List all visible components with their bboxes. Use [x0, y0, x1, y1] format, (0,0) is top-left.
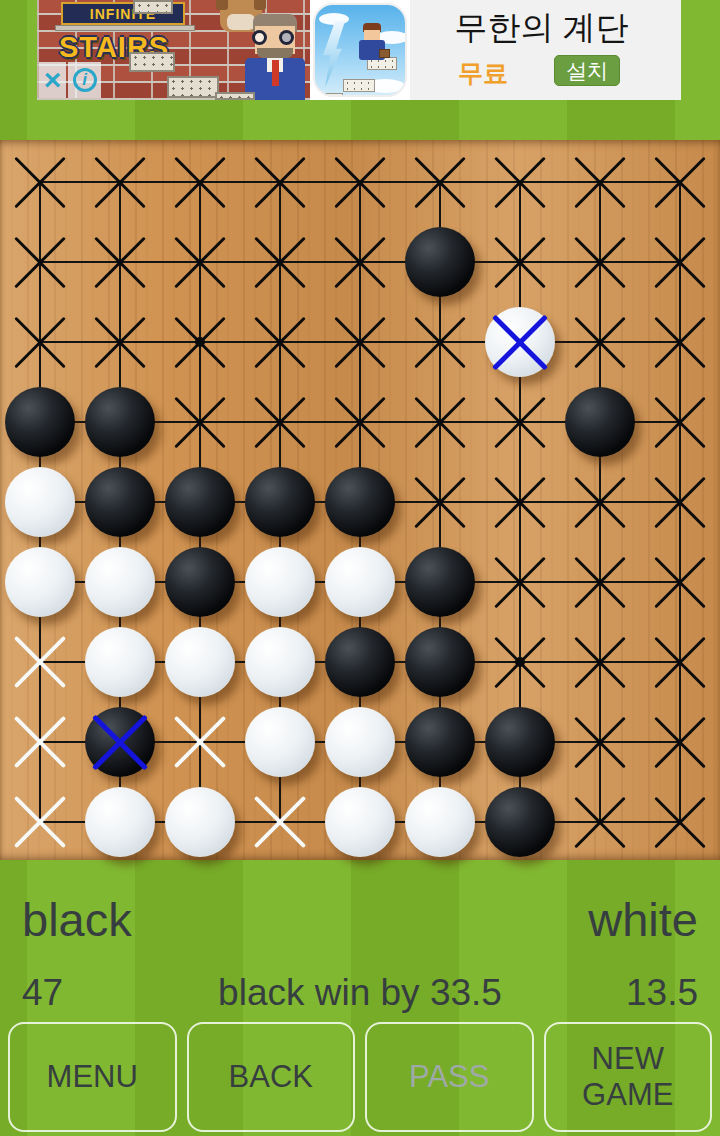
ad-app-icon[interactable]: [310, 0, 410, 100]
black-territory-mark[interactable]: [15, 157, 65, 207]
white-territory-mark[interactable]: [15, 637, 65, 687]
white-stone[interactable]: [165, 787, 235, 857]
black-territory-mark[interactable]: [255, 317, 305, 367]
black-stone[interactable]: [405, 627, 475, 697]
stair-block: [343, 79, 375, 92]
black-stone[interactable]: [405, 547, 475, 617]
black-territory-mark[interactable]: [655, 797, 705, 847]
white-stone-dead[interactable]: [485, 307, 555, 377]
black-territory-mark[interactable]: [495, 557, 545, 607]
white-stone[interactable]: [245, 707, 315, 777]
black-territory-mark[interactable]: [495, 477, 545, 527]
white-stone[interactable]: [85, 547, 155, 617]
menu-button[interactable]: MENU: [8, 1022, 177, 1132]
black-territory-mark[interactable]: [575, 317, 625, 367]
black-territory-mark[interactable]: [175, 237, 225, 287]
ad-stair-block: [129, 52, 175, 72]
white-stone[interactable]: [5, 547, 75, 617]
black-territory-mark[interactable]: [575, 157, 625, 207]
character-tie: [272, 60, 279, 86]
ad-stair-block: [167, 76, 219, 98]
black-territory-mark[interactable]: [335, 317, 385, 367]
score-panel: black white black win by 33.5 47 13.5 ME…: [0, 860, 720, 1136]
black-territory-mark[interactable]: [335, 157, 385, 207]
character-glasses: [252, 30, 267, 45]
black-territory-mark[interactable]: [255, 157, 305, 207]
back-button[interactable]: BACK: [187, 1022, 356, 1132]
black-territory-mark[interactable]: [15, 317, 65, 367]
black-stone[interactable]: [85, 387, 155, 457]
character-beard: [257, 48, 293, 58]
black-stone[interactable]: [5, 387, 75, 457]
black-territory-mark[interactable]: [15, 237, 65, 287]
white-territory-mark[interactable]: [15, 797, 65, 847]
stair-block: [313, 93, 343, 97]
black-territory-mark[interactable]: [495, 637, 545, 687]
black-stone[interactable]: [405, 227, 475, 297]
new-game-button[interactable]: NEW GAME: [544, 1022, 713, 1132]
black-territory-mark[interactable]: [575, 797, 625, 847]
black-score: 47: [22, 972, 63, 1014]
ad-price-label: 무료: [458, 57, 508, 90]
black-territory-mark[interactable]: [415, 157, 465, 207]
black-territory-mark[interactable]: [415, 397, 465, 447]
black-stone[interactable]: [405, 707, 475, 777]
control-buttons: MENU BACK PASS NEW GAME: [8, 1022, 712, 1132]
black-territory-mark[interactable]: [655, 397, 705, 447]
white-stone[interactable]: [245, 627, 315, 697]
white-stone[interactable]: [325, 547, 395, 617]
black-stone[interactable]: [485, 787, 555, 857]
black-territory-mark[interactable]: [655, 317, 705, 367]
black-territory-mark[interactable]: [575, 717, 625, 767]
black-stone[interactable]: [485, 707, 555, 777]
black-territory-mark[interactable]: [655, 477, 705, 527]
dead-stone-marker: [93, 715, 147, 769]
white-stone[interactable]: [325, 787, 395, 857]
white-stone[interactable]: [85, 787, 155, 857]
black-territory-mark[interactable]: [335, 237, 385, 287]
black-territory-mark[interactable]: [415, 477, 465, 527]
black-territory-mark[interactable]: [495, 397, 545, 447]
black-territory-mark[interactable]: [495, 157, 545, 207]
white-score: 13.5: [626, 972, 698, 1014]
ad-artwork: INFINITE STAIRS × i: [37, 0, 310, 100]
black-territory-mark[interactable]: [575, 637, 625, 687]
black-territory-mark[interactable]: [415, 317, 465, 367]
black-stone[interactable]: [565, 387, 635, 457]
black-stone[interactable]: [325, 467, 395, 537]
info-circle-glyph: i: [73, 68, 97, 92]
ad-stair-block: [133, 0, 173, 14]
ad-close-icon[interactable]: ×: [39, 62, 66, 98]
black-territory-mark[interactable]: [175, 157, 225, 207]
black-territory-mark[interactable]: [95, 317, 145, 367]
black-stone[interactable]: [85, 467, 155, 537]
ad-banner[interactable]: INFINITE STAIRS × i: [37, 0, 681, 100]
black-territory-mark[interactable]: [655, 557, 705, 607]
white-stone[interactable]: [5, 467, 75, 537]
black-territory-mark[interactable]: [655, 237, 705, 287]
white-territory-mark[interactable]: [255, 797, 305, 847]
black-territory-mark[interactable]: [575, 557, 625, 607]
dead-stone-marker: [493, 315, 547, 369]
cloud-shape: [319, 13, 349, 25]
black-territory-mark[interactable]: [255, 237, 305, 287]
black-territory-mark[interactable]: [175, 317, 225, 367]
black-territory-mark[interactable]: [655, 717, 705, 767]
go-board[interactable]: [0, 140, 720, 860]
black-territory-mark[interactable]: [335, 397, 385, 447]
lightning-shape: [323, 21, 345, 87]
black-territory-mark[interactable]: [655, 637, 705, 687]
app-screen: INFINITE STAIRS × i: [0, 0, 720, 1136]
black-territory-mark[interactable]: [575, 237, 625, 287]
ad-info-icon[interactable]: i: [68, 62, 101, 98]
black-territory-mark[interactable]: [575, 477, 625, 527]
white-stone[interactable]: [85, 627, 155, 697]
pass-button[interactable]: PASS: [365, 1022, 534, 1132]
black-stone[interactable]: [245, 467, 315, 537]
white-stone[interactable]: [325, 707, 395, 777]
white-stone[interactable]: [405, 787, 475, 857]
white-stone[interactable]: [245, 547, 315, 617]
ad-stair-block: [215, 92, 255, 100]
white-player-label: white: [588, 892, 698, 947]
black-territory-mark[interactable]: [655, 157, 705, 207]
black-territory-mark[interactable]: [175, 397, 225, 447]
white-territory-mark[interactable]: [175, 717, 225, 767]
white-territory-mark[interactable]: [15, 717, 65, 767]
white-stone[interactable]: [165, 627, 235, 697]
ad-character-sprite: [243, 14, 307, 100]
black-stone[interactable]: [165, 467, 235, 537]
icon-character: [355, 23, 389, 63]
ad-install-button[interactable]: 설치: [554, 55, 620, 86]
black-player-label: black: [22, 892, 132, 947]
black-territory-mark[interactable]: [255, 397, 305, 447]
icon-character-briefcase: [379, 49, 390, 58]
black-stone-dead[interactable]: [85, 707, 155, 777]
result-text: black win by 33.5: [0, 972, 720, 1014]
black-territory-mark[interactable]: [95, 237, 145, 287]
black-stone[interactable]: [165, 547, 235, 617]
ad-app-title: 무한의 계단: [410, 6, 673, 51]
black-stone[interactable]: [325, 627, 395, 697]
ad-info-panel: 무한의 계단 무료 설치: [410, 0, 681, 100]
black-territory-mark[interactable]: [95, 157, 145, 207]
app-icon-image: [313, 3, 407, 97]
black-territory-mark[interactable]: [495, 237, 545, 287]
